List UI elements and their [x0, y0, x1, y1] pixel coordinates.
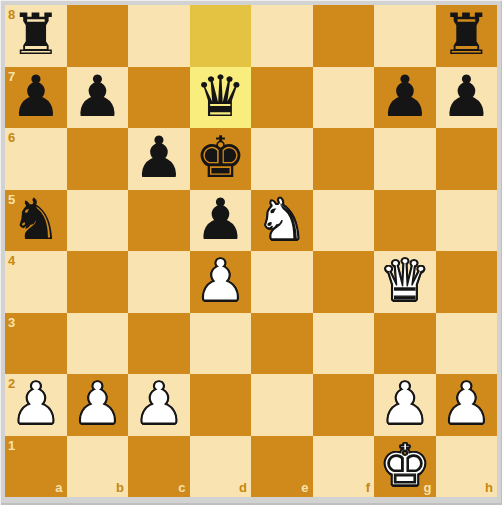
- square-e3[interactable]: [251, 313, 313, 375]
- square-b2[interactable]: ♟: [67, 374, 129, 436]
- square-a7[interactable]: 7♟: [5, 67, 67, 129]
- square-d2[interactable]: [190, 374, 252, 436]
- rank-label-6: 6: [8, 131, 15, 144]
- square-e4[interactable]: [251, 251, 313, 313]
- square-e7[interactable]: [251, 67, 313, 129]
- rank-label-1: 1: [8, 439, 15, 452]
- piece-white-pawn[interactable]: ♟: [133, 375, 184, 432]
- square-a2[interactable]: 2♟: [5, 374, 67, 436]
- square-f4[interactable]: [313, 251, 375, 313]
- piece-black-rook[interactable]: ♜: [441, 6, 492, 63]
- square-g2[interactable]: ♟: [374, 374, 436, 436]
- square-c8[interactable]: [128, 5, 190, 67]
- piece-black-pawn[interactable]: ♟: [72, 68, 123, 125]
- square-f1[interactable]: f: [313, 436, 375, 498]
- file-label-b: b: [116, 481, 124, 494]
- square-h6[interactable]: [436, 128, 498, 190]
- square-e2[interactable]: [251, 374, 313, 436]
- square-e5[interactable]: ♞: [251, 190, 313, 252]
- square-d5[interactable]: ♟: [190, 190, 252, 252]
- square-h8[interactable]: ♜: [436, 5, 498, 67]
- square-b6[interactable]: [67, 128, 129, 190]
- square-b4[interactable]: [67, 251, 129, 313]
- square-d6[interactable]: ♚: [190, 128, 252, 190]
- piece-black-pawn[interactable]: ♟: [441, 68, 492, 125]
- square-g4[interactable]: ♛: [374, 251, 436, 313]
- rank-label-4: 4: [8, 254, 15, 267]
- square-c3[interactable]: [128, 313, 190, 375]
- square-f6[interactable]: [313, 128, 375, 190]
- square-h1[interactable]: h: [436, 436, 498, 498]
- square-c7[interactable]: [128, 67, 190, 129]
- square-f8[interactable]: [313, 5, 375, 67]
- piece-white-pawn[interactable]: ♟: [10, 375, 61, 432]
- piece-white-pawn[interactable]: ♟: [441, 375, 492, 432]
- file-label-d: d: [239, 481, 247, 494]
- piece-white-pawn[interactable]: ♟: [72, 375, 123, 432]
- chess-board: 8♜♜7♟♟♛♟♟6♟♚5♞♟♞4♟♛32♟♟♟♟♟1abcdefg♚h: [5, 5, 497, 497]
- square-g6[interactable]: [374, 128, 436, 190]
- piece-black-queen[interactable]: ♛: [195, 68, 246, 125]
- file-label-f: f: [366, 481, 370, 494]
- square-a5[interactable]: 5♞: [5, 190, 67, 252]
- square-a4[interactable]: 4: [5, 251, 67, 313]
- square-c2[interactable]: ♟: [128, 374, 190, 436]
- square-b7[interactable]: ♟: [67, 67, 129, 129]
- square-a6[interactable]: 6: [5, 128, 67, 190]
- square-e1[interactable]: e: [251, 436, 313, 498]
- square-d8[interactable]: [190, 5, 252, 67]
- square-f2[interactable]: [313, 374, 375, 436]
- board-frame: 8♜♜7♟♟♛♟♟6♟♚5♞♟♞4♟♛32♟♟♟♟♟1abcdefg♚h: [0, 0, 502, 505]
- square-c1[interactable]: c: [128, 436, 190, 498]
- square-b5[interactable]: [67, 190, 129, 252]
- square-f5[interactable]: [313, 190, 375, 252]
- piece-black-king[interactable]: ♚: [195, 129, 246, 186]
- square-e6[interactable]: [251, 128, 313, 190]
- square-h3[interactable]: [436, 313, 498, 375]
- rank-label-3: 3: [8, 316, 15, 329]
- piece-white-knight[interactable]: ♞: [256, 191, 307, 248]
- square-a8[interactable]: 8♜: [5, 5, 67, 67]
- piece-black-pawn[interactable]: ♟: [10, 68, 61, 125]
- piece-black-pawn[interactable]: ♟: [379, 68, 430, 125]
- piece-black-rook[interactable]: ♜: [10, 6, 61, 63]
- piece-black-pawn[interactable]: ♟: [195, 191, 246, 248]
- square-g3[interactable]: [374, 313, 436, 375]
- file-label-c: c: [178, 481, 185, 494]
- piece-white-king[interactable]: ♚: [379, 437, 430, 494]
- square-d4[interactable]: ♟: [190, 251, 252, 313]
- square-e8[interactable]: [251, 5, 313, 67]
- file-label-e: e: [301, 481, 308, 494]
- square-f7[interactable]: [313, 67, 375, 129]
- square-c6[interactable]: ♟: [128, 128, 190, 190]
- piece-white-pawn[interactable]: ♟: [195, 252, 246, 309]
- square-b1[interactable]: b: [67, 436, 129, 498]
- square-h2[interactable]: ♟: [436, 374, 498, 436]
- piece-black-knight[interactable]: ♞: [10, 191, 61, 248]
- square-h4[interactable]: [436, 251, 498, 313]
- square-g7[interactable]: ♟: [374, 67, 436, 129]
- square-f3[interactable]: [313, 313, 375, 375]
- square-g8[interactable]: [374, 5, 436, 67]
- file-label-h: h: [485, 481, 493, 494]
- square-d1[interactable]: d: [190, 436, 252, 498]
- square-h5[interactable]: [436, 190, 498, 252]
- piece-white-queen[interactable]: ♛: [379, 252, 430, 309]
- piece-black-pawn[interactable]: ♟: [133, 129, 184, 186]
- square-d3[interactable]: [190, 313, 252, 375]
- square-b3[interactable]: [67, 313, 129, 375]
- square-d7[interactable]: ♛: [190, 67, 252, 129]
- square-h7[interactable]: ♟: [436, 67, 498, 129]
- square-a1[interactable]: 1a: [5, 436, 67, 498]
- square-g1[interactable]: g♚: [374, 436, 436, 498]
- file-label-a: a: [55, 481, 62, 494]
- square-c5[interactable]: [128, 190, 190, 252]
- square-b8[interactable]: [67, 5, 129, 67]
- square-c4[interactable]: [128, 251, 190, 313]
- piece-white-pawn[interactable]: ♟: [379, 375, 430, 432]
- square-g5[interactable]: [374, 190, 436, 252]
- square-a3[interactable]: 3: [5, 313, 67, 375]
